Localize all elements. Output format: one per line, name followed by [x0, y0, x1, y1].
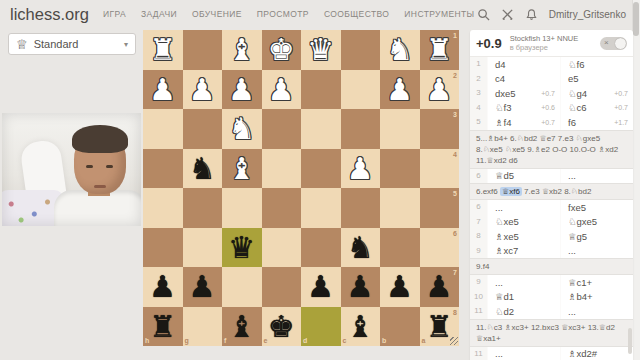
square-f4[interactable]: ♝ — [222, 149, 262, 189]
black-move[interactable]: ... — [560, 244, 633, 259]
toggle-knob — [615, 38, 626, 49]
white-move[interactable]: dxe5+0.7 — [487, 86, 560, 101]
square-b5[interactable] — [380, 188, 420, 228]
variant-select-value: Standard — [34, 38, 79, 50]
black-pawn-piece[interactable]: ♟ — [426, 267, 453, 307]
square-a5[interactable]: 5 — [420, 188, 460, 228]
square-d1[interactable]: ♛ — [301, 30, 341, 70]
file-coordinate: d — [303, 337, 307, 344]
nav-tools[interactable]: ИНСТРУМЕНТЫ — [404, 9, 474, 19]
engine-toggle[interactable]: × — [600, 37, 627, 50]
move-number: 6 — [470, 169, 487, 184]
black-move[interactable]: ... — [560, 304, 633, 319]
black-rook-piece[interactable]: ♜ — [426, 307, 453, 347]
square-f6[interactable]: ♛ — [222, 228, 262, 268]
square-g4[interactable]: ♞ — [183, 149, 223, 189]
square-e8[interactable]: ♚e — [262, 307, 302, 347]
black-move[interactable]: e5 — [560, 72, 633, 87]
toggle-x-icon: × — [604, 38, 609, 47]
white-pawn-piece[interactable]: ♟ — [228, 70, 255, 110]
square-f7[interactable] — [222, 267, 262, 307]
square-d8[interactable]: d — [301, 307, 341, 347]
variation-line[interactable]: 9.f4 — [470, 258, 633, 275]
chess-board: ♜♝♚♛♞♜1♟♟♟♟♟♟2♞3♞♝♟45♛♞6♟♟♟♟♟♟7♜hg♝f♚ed♝… — [143, 30, 459, 346]
white-move[interactable]: ... — [487, 200, 560, 215]
search-icon[interactable] — [477, 7, 491, 21]
black-move[interactable]: ♘c6+0.7 — [560, 101, 633, 116]
move-row: 3dxe5+0.7♘g4+0.7 — [470, 86, 633, 101]
engine-location: в браузере — [510, 43, 579, 52]
white-bishop-piece[interactable]: ♝ — [228, 30, 255, 70]
move-row: 10♕d1♗b4+ — [470, 290, 633, 305]
square-d2[interactable] — [301, 70, 341, 110]
top-right-controls: Dmitry_Gritsenko — [477, 7, 626, 21]
square-d6[interactable] — [301, 228, 341, 268]
square-g6[interactable] — [183, 228, 223, 268]
white-bishop-piece[interactable]: ♝ — [228, 149, 255, 189]
white-move[interactable]: ♘xe5 — [487, 215, 560, 230]
white-queen-piece[interactable]: ♛ — [307, 30, 334, 70]
move-number: 9 — [470, 275, 487, 290]
black-pawn-piece[interactable]: ♟ — [189, 267, 216, 307]
black-move[interactable]: ♘f6 — [560, 57, 633, 72]
move-number: 5 — [470, 115, 487, 130]
white-move[interactable]: ♗f4+0.7 — [487, 115, 560, 130]
move-row: 8♗xe5♕g5 — [470, 229, 633, 244]
move-row: 11...♗xd2# — [470, 347, 633, 360]
square-h5[interactable] — [143, 188, 183, 228]
square-b3[interactable] — [380, 109, 420, 149]
square-d3[interactable] — [301, 109, 341, 149]
move-row: 5♗f4+0.7f6+1.7 — [470, 115, 633, 130]
nav-learn[interactable]: ОБУЧЕНИЕ — [192, 9, 242, 19]
rank-coordinate: 3 — [453, 111, 457, 118]
square-b4[interactable] — [380, 149, 420, 189]
square-h2[interactable]: ♟ — [143, 70, 183, 110]
nav-community[interactable]: СООБЩЕСТВО — [324, 9, 389, 19]
black-move[interactable]: ... — [560, 169, 633, 184]
square-d4[interactable] — [301, 149, 341, 189]
black-move[interactable]: ♕g5 — [560, 229, 633, 244]
top-bar: lichess.org ИГРА ЗАДАЧИ ОБУЧЕНИЕ ПРОСМОТ… — [0, 0, 632, 28]
bell-icon[interactable] — [525, 7, 539, 21]
square-e7[interactable] — [262, 267, 302, 307]
square-g1[interactable] — [183, 30, 223, 70]
square-a7[interactable]: ♟7 — [420, 267, 460, 307]
square-a3[interactable]: 3 — [420, 109, 460, 149]
white-move[interactable]: c4 — [487, 72, 560, 87]
square-h6[interactable] — [143, 228, 183, 268]
square-h1[interactable]: ♜ — [143, 30, 183, 70]
nav-play[interactable]: ИГРА — [103, 9, 126, 19]
rank-coordinate: 4 — [453, 151, 457, 158]
black-pawn-piece[interactable]: ♟ — [307, 267, 334, 307]
webcam-vignette — [2, 113, 141, 226]
move-row: 9♗xc7... — [470, 244, 633, 259]
white-rook-piece[interactable]: ♜ — [149, 30, 176, 70]
move-number: 11 — [470, 347, 487, 360]
move-row: 6♕d5... — [470, 169, 633, 184]
file-coordinate: c — [343, 337, 347, 344]
rank-coordinate: 1 — [453, 32, 457, 39]
file-coordinate: f — [224, 337, 226, 344]
square-b2[interactable]: ♟ — [380, 70, 420, 110]
move-row: 9...♕c1+ — [470, 275, 633, 290]
move-number: 3 — [470, 86, 487, 101]
black-move[interactable]: ♗xd2# — [560, 347, 633, 360]
square-f2[interactable]: ♟ — [222, 70, 262, 110]
black-knight-piece[interactable]: ♞ — [347, 228, 374, 268]
move-number: 6 — [470, 200, 487, 215]
rank-coordinate: 7 — [453, 269, 457, 276]
black-pawn-piece[interactable]: ♟ — [386, 267, 413, 307]
white-knight-piece[interactable]: ♞ — [386, 30, 413, 70]
black-king-piece[interactable]: ♚ — [268, 307, 295, 347]
white-pawn-piece[interactable]: ♟ — [149, 70, 176, 110]
white-pawn-piece[interactable]: ♟ — [426, 70, 453, 110]
move-row: 2c4e5 — [470, 72, 633, 87]
file-coordinate: e — [264, 337, 268, 344]
square-c1[interactable] — [341, 30, 381, 70]
current-move[interactable]: ♕xf6 — [500, 187, 522, 196]
square-a2[interactable]: ♟2 — [420, 70, 460, 110]
white-king-piece[interactable]: ♚ — [268, 30, 295, 70]
rank-coordinate: 5 — [453, 190, 457, 197]
crossed-swords-icon[interactable] — [501, 7, 515, 21]
move-list-scrollbar-thumb[interactable] — [628, 328, 632, 354]
move-number: 10 — [470, 290, 487, 305]
square-e4[interactable] — [262, 149, 302, 189]
black-move[interactable]: ♕c1+ — [560, 275, 633, 290]
white-move[interactable]: ♗xe5 — [487, 229, 560, 244]
square-c3[interactable] — [341, 109, 381, 149]
lichess-logo[interactable]: lichess.org — [10, 5, 89, 24]
square-a6[interactable]: 6 — [420, 228, 460, 268]
move-row: 1d4♘f6 — [470, 57, 633, 72]
black-queen-piece[interactable]: ♛ — [228, 228, 255, 268]
square-c2[interactable] — [341, 70, 381, 110]
square-b1[interactable]: ♞ — [380, 30, 420, 70]
variation-line[interactable]: 5...♗b4+ 6.♘bd2 ♕e7 7.e3 ♘gxe5 8.♘xe5 ♘x… — [470, 130, 633, 169]
white-move[interactable]: ♗xc7 — [487, 244, 560, 259]
square-e5[interactable] — [262, 188, 302, 228]
rank-coordinate: 6 — [453, 230, 457, 237]
square-f8[interactable]: ♝f — [222, 307, 262, 347]
analysis-panel: +0.9 Stockfish 13+ NNUE в браузере × 1d4… — [470, 30, 633, 360]
square-a1[interactable]: ♜1 — [420, 30, 460, 70]
black-bishop-piece[interactable]: ♝ — [228, 307, 255, 347]
square-e2[interactable]: ♟ — [262, 70, 302, 110]
page-scrollbar-thumb[interactable] — [633, 2, 639, 36]
rank-coordinate: 8 — [453, 309, 457, 316]
square-b8[interactable]: b — [380, 307, 420, 347]
move-number: 1 — [470, 57, 487, 72]
move-row: 6...fxe5 — [470, 200, 633, 215]
square-c8[interactable]: ♝c — [341, 307, 381, 347]
move-number: 9 — [470, 244, 487, 259]
square-h7[interactable]: ♟ — [143, 267, 183, 307]
engine-name: Stockfish 13+ NNUE — [510, 34, 579, 43]
file-coordinate: a — [422, 337, 426, 344]
square-d5[interactable] — [301, 188, 341, 228]
move-number: 7 — [470, 215, 487, 230]
white-move[interactable]: d4 — [487, 57, 560, 72]
move-list: 1d4♘f62c4e53dxe5+0.7♘g4+0.74♘f3+0.6♘c6+0… — [470, 57, 633, 360]
file-coordinate: h — [145, 337, 149, 344]
move-number: 4 — [470, 101, 487, 116]
chevron-down-icon: ▾ — [124, 40, 128, 49]
move-row: 4♘f3+0.6♘c6+0.7 — [470, 101, 633, 116]
move-row: 11♘d2... — [470, 304, 633, 319]
move-row: 7♘xe5♘gxe5 — [470, 215, 633, 230]
black-rook-piece[interactable]: ♜ — [149, 307, 176, 347]
white-rook-piece[interactable]: ♜ — [426, 30, 453, 70]
square-e1[interactable]: ♚ — [262, 30, 302, 70]
square-e3[interactable] — [262, 109, 302, 149]
white-move[interactable]: ♘f3+0.6 — [487, 101, 560, 116]
black-knight-piece[interactable]: ♞ — [189, 149, 216, 189]
square-c7[interactable]: ♟ — [341, 267, 381, 307]
black-pawn-piece[interactable]: ♟ — [149, 267, 176, 307]
white-pawn-piece[interactable]: ♟ — [268, 70, 295, 110]
white-move[interactable]: ♕d5 — [487, 169, 560, 184]
square-c4[interactable]: ♟ — [341, 149, 381, 189]
square-g3[interactable] — [183, 109, 223, 149]
variation-line[interactable]: 6.exf6 ♕xf6 7.e3 ♕xb2 8.♘bd2 — [470, 183, 633, 200]
black-pawn-piece[interactable]: ♟ — [347, 267, 374, 307]
rank-coordinate: 2 — [453, 72, 457, 79]
nav-puzzles[interactable]: ЗАДАЧИ — [141, 9, 177, 19]
square-g7[interactable]: ♟ — [183, 267, 223, 307]
move-number: 11 — [470, 304, 487, 319]
variation-line[interactable]: 11.♘c3 ♗xc3+ 12.bxc3 ♕xc3+ 13.♕d2 ♕xa1+ — [470, 319, 633, 347]
board-resize-handle[interactable] — [450, 337, 458, 345]
square-g5[interactable] — [183, 188, 223, 228]
square-f5[interactable] — [222, 188, 262, 228]
square-f3[interactable]: ♞ — [222, 109, 262, 149]
engine-header: +0.9 Stockfish 13+ NNUE в браузере × — [470, 30, 633, 57]
white-knight-piece[interactable]: ♞ — [228, 109, 255, 149]
white-pawn-piece[interactable]: ♟ — [347, 149, 374, 189]
square-a4[interactable]: 4 — [420, 149, 460, 189]
square-h8[interactable]: ♜h — [143, 307, 183, 347]
black-move[interactable]: ♗b4+ — [560, 290, 633, 305]
square-h4[interactable] — [143, 149, 183, 189]
square-g8[interactable]: g — [183, 307, 223, 347]
variant-select[interactable]: ♕ Standard ▾ — [8, 33, 136, 55]
white-move[interactable]: ♘d2 — [487, 304, 560, 319]
square-b6[interactable] — [380, 228, 420, 268]
square-g2[interactable]: ♟ — [183, 70, 223, 110]
square-h3[interactable] — [143, 109, 183, 149]
white-move[interactable]: ♕d1 — [487, 290, 560, 305]
webcam-video — [2, 113, 141, 226]
move-number: 8 — [470, 229, 487, 244]
nav-watch[interactable]: ПРОСМОТР — [257, 9, 309, 19]
white-move[interactable]: ... — [487, 347, 560, 360]
square-d7[interactable]: ♟ — [301, 267, 341, 307]
square-e6[interactable] — [262, 228, 302, 268]
username[interactable]: Dmitry_Gritsenko — [549, 9, 626, 20]
crown-icon: ♕ — [16, 38, 28, 51]
move-number: 2 — [470, 72, 487, 87]
black-move[interactable]: ♘gxe5 — [560, 215, 633, 230]
white-pawn-piece[interactable]: ♟ — [386, 70, 413, 110]
white-pawn-piece[interactable]: ♟ — [189, 70, 216, 110]
file-coordinate: g — [185, 337, 189, 344]
square-c6[interactable]: ♞ — [341, 228, 381, 268]
black-move[interactable]: fxe5 — [560, 200, 633, 215]
page-scrollbar[interactable] — [632, 0, 640, 360]
square-f1[interactable]: ♝ — [222, 30, 262, 70]
white-move[interactable]: ... — [487, 275, 560, 290]
square-c5[interactable] — [341, 188, 381, 228]
engine-eval: +0.9 — [476, 36, 502, 51]
main-nav: ИГРА ЗАДАЧИ ОБУЧЕНИЕ ПРОСМОТР СООБЩЕСТВО… — [103, 9, 475, 19]
black-move[interactable]: ♘g4+0.7 — [560, 86, 633, 101]
square-b7[interactable]: ♟ — [380, 267, 420, 307]
black-bishop-piece[interactable]: ♝ — [347, 307, 374, 347]
black-move[interactable]: f6+1.7 — [560, 115, 633, 130]
file-coordinate: b — [382, 337, 386, 344]
